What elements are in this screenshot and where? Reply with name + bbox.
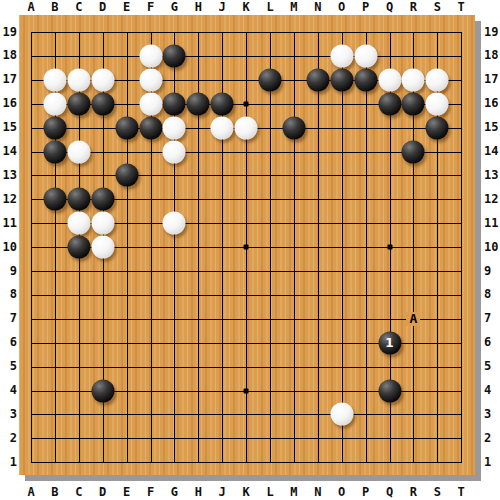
column-label: B <box>43 0 67 15</box>
grid-line <box>31 414 462 415</box>
row-label: 3 <box>0 407 17 422</box>
white-stone <box>211 116 234 139</box>
white-stone <box>139 44 162 67</box>
row-label: 11 <box>0 216 17 231</box>
row-label: 3 <box>484 407 500 422</box>
white-stone <box>139 68 162 91</box>
white-stone <box>163 116 186 139</box>
row-label: 12 <box>484 192 500 207</box>
white-stone <box>426 92 449 115</box>
grid-line <box>318 32 319 463</box>
grid-line <box>31 319 462 320</box>
column-label: R <box>401 0 425 15</box>
black-stone <box>211 92 234 115</box>
row-label: 4 <box>0 383 17 398</box>
column-label: H <box>186 485 210 500</box>
black-stone <box>43 188 66 211</box>
row-label: 8 <box>484 287 500 302</box>
white-stone <box>139 92 162 115</box>
black-stone <box>67 236 90 259</box>
column-label: T <box>449 0 473 15</box>
grid-line <box>366 32 367 463</box>
black-stone <box>67 92 90 115</box>
column-label: H <box>186 0 210 15</box>
grid-line <box>31 367 462 368</box>
black-stone <box>91 92 114 115</box>
column-label: Q <box>378 485 402 500</box>
row-label: 17 <box>0 72 17 87</box>
black-stone <box>43 116 66 139</box>
column-label: F <box>139 0 163 15</box>
column-label: L <box>258 0 282 15</box>
row-label: 5 <box>484 359 500 374</box>
row-label: 19 <box>0 25 17 40</box>
column-label: Q <box>378 0 402 15</box>
column-label: E <box>115 485 139 500</box>
column-label: E <box>115 0 139 15</box>
row-label: 7 <box>0 311 17 326</box>
grid-line <box>294 32 295 463</box>
star-point <box>244 101 249 106</box>
row-label: 15 <box>484 120 500 135</box>
black-stone <box>187 92 210 115</box>
black-stone <box>354 68 377 91</box>
column-label: J <box>210 485 234 500</box>
black-stone: 1 <box>378 331 401 354</box>
row-label: 10 <box>0 240 17 255</box>
column-label: A <box>19 0 43 15</box>
column-label: N <box>306 485 330 500</box>
row-label: 14 <box>484 144 500 159</box>
column-label: N <box>306 0 330 15</box>
black-stone <box>115 116 138 139</box>
row-label: 2 <box>484 431 500 446</box>
black-stone <box>378 379 401 402</box>
grid-line <box>31 438 462 439</box>
white-stone <box>67 140 90 163</box>
row-label: 19 <box>484 25 500 40</box>
white-stone <box>43 68 66 91</box>
column-label: A <box>19 485 43 500</box>
column-label: S <box>425 485 449 500</box>
move-number-label: 1 <box>385 337 393 349</box>
row-label: 13 <box>0 168 17 183</box>
go-board[interactable]: 1A <box>19 15 475 475</box>
white-stone <box>43 92 66 115</box>
black-stone <box>330 68 353 91</box>
black-stone <box>139 116 162 139</box>
star-point <box>244 388 249 393</box>
black-stone <box>402 92 425 115</box>
black-stone <box>91 379 114 402</box>
column-label: M <box>282 485 306 500</box>
row-label: 12 <box>0 192 17 207</box>
board-annotation: A <box>406 312 420 326</box>
column-label: R <box>401 485 425 500</box>
column-label: P <box>354 0 378 15</box>
black-stone <box>91 188 114 211</box>
row-label: 14 <box>0 144 17 159</box>
white-stone <box>163 140 186 163</box>
white-stone <box>91 212 114 235</box>
column-label: C <box>67 485 91 500</box>
row-label: 17 <box>484 72 500 87</box>
column-label: P <box>354 485 378 500</box>
white-stone <box>330 403 353 426</box>
black-stone <box>426 116 449 139</box>
black-stone <box>282 116 305 139</box>
row-label: 16 <box>0 96 17 111</box>
column-label: C <box>67 0 91 15</box>
white-stone <box>67 68 90 91</box>
black-stone <box>115 164 138 187</box>
grid-line <box>31 462 462 463</box>
grid-line <box>342 32 343 463</box>
column-label: S <box>425 0 449 15</box>
white-stone <box>426 68 449 91</box>
row-label: 18 <box>484 48 500 63</box>
grid-line <box>270 32 271 463</box>
row-label: 13 <box>484 168 500 183</box>
column-label: T <box>449 485 473 500</box>
grid-line <box>461 32 462 463</box>
white-stone <box>354 44 377 67</box>
grid-line <box>31 271 462 272</box>
row-label: 11 <box>484 216 500 231</box>
black-stone <box>163 44 186 67</box>
white-stone <box>402 68 425 91</box>
row-label: 15 <box>0 120 17 135</box>
row-label: 4 <box>484 383 500 398</box>
black-stone <box>378 92 401 115</box>
row-label: 18 <box>0 48 17 63</box>
white-stone <box>91 68 114 91</box>
row-label: 1 <box>0 455 17 470</box>
row-label: 6 <box>0 335 17 350</box>
row-label: 8 <box>0 287 17 302</box>
column-label: O <box>330 0 354 15</box>
column-label: F <box>139 485 163 500</box>
white-stone <box>163 212 186 235</box>
row-label: 1 <box>484 455 500 470</box>
row-label: 9 <box>0 264 17 279</box>
white-stone <box>91 236 114 259</box>
row-label: 16 <box>484 96 500 111</box>
white-stone <box>67 212 90 235</box>
star-point <box>387 245 392 250</box>
column-label: D <box>91 485 115 500</box>
black-stone <box>259 68 282 91</box>
black-stone <box>402 140 425 163</box>
row-label: 7 <box>484 311 500 326</box>
column-label: J <box>210 0 234 15</box>
grid-line <box>31 295 462 296</box>
column-label: O <box>330 485 354 500</box>
column-label: K <box>234 485 258 500</box>
row-label: 5 <box>0 359 17 374</box>
black-stone <box>67 188 90 211</box>
star-point <box>244 245 249 250</box>
row-label: 9 <box>484 264 500 279</box>
white-stone <box>235 116 258 139</box>
white-stone <box>330 44 353 67</box>
black-stone <box>163 92 186 115</box>
go-diagram: ABCDEFGHJKLMNOPQRST ABCDEFGHJKLMNOPQRST … <box>0 0 500 500</box>
column-label: L <box>258 485 282 500</box>
column-label: G <box>162 0 186 15</box>
column-label: B <box>43 485 67 500</box>
row-label: 10 <box>484 240 500 255</box>
white-stone <box>378 68 401 91</box>
row-label: 6 <box>484 335 500 350</box>
column-label: M <box>282 0 306 15</box>
row-label: 2 <box>0 431 17 446</box>
column-label: D <box>91 0 115 15</box>
black-stone <box>306 68 329 91</box>
column-label: G <box>162 485 186 500</box>
column-label: K <box>234 0 258 15</box>
black-stone <box>43 140 66 163</box>
